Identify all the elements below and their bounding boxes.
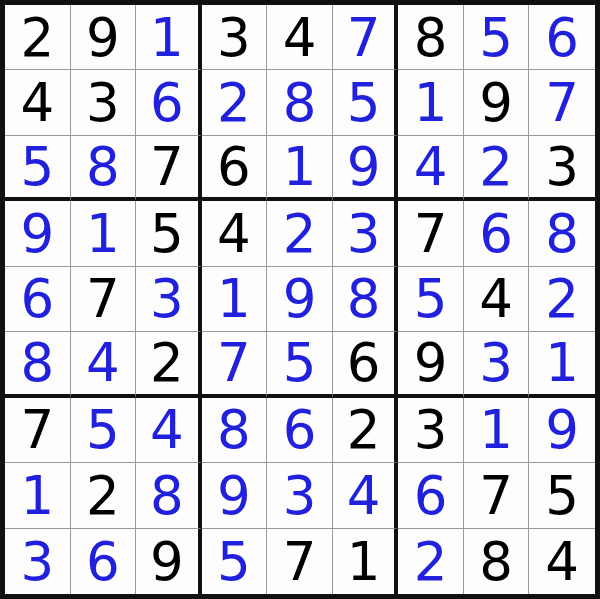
sudoku-cell-r3c9[interactable]: 3 [529,136,595,201]
sudoku-cell-r4c5[interactable]: 2 [267,201,333,266]
sudoku-cell-r4c8[interactable]: 6 [464,201,530,266]
sudoku-cell-r6c6[interactable]: 6 [333,332,399,397]
sudoku-cell-r1c5[interactable]: 4 [267,5,333,70]
sudoku-cell-r4c9[interactable]: 8 [529,201,595,266]
sudoku-cell-r3c3[interactable]: 7 [136,136,202,201]
sudoku-cell-r7c2[interactable]: 5 [71,398,137,463]
sudoku-cell-r2c9[interactable]: 7 [529,70,595,135]
sudoku-cell-r1c3[interactable]: 1 [136,5,202,70]
sudoku-cell-r4c3[interactable]: 5 [136,201,202,266]
sudoku-cell-r9c5[interactable]: 7 [267,529,333,594]
sudoku-cell-r1c4[interactable]: 3 [202,5,268,70]
sudoku-cell-r8c2[interactable]: 2 [71,463,137,528]
sudoku-cell-r1c8[interactable]: 5 [464,5,530,70]
sudoku-cell-r7c5[interactable]: 6 [267,398,333,463]
sudoku-cell-r7c7[interactable]: 3 [398,398,464,463]
sudoku-cell-r3c1[interactable]: 5 [5,136,71,201]
sudoku-cell-r1c6[interactable]: 7 [333,5,399,70]
sudoku-cell-r9c1[interactable]: 3 [5,529,71,594]
sudoku-cell-r2c8[interactable]: 9 [464,70,530,135]
sudoku-board: 2913478564362851975876194239154237686731… [0,0,600,599]
sudoku-cell-r3c6[interactable]: 9 [333,136,399,201]
sudoku-cell-r7c4[interactable]: 8 [202,398,268,463]
sudoku-cell-r6c9[interactable]: 1 [529,332,595,397]
sudoku-cell-r5c1[interactable]: 6 [5,267,71,332]
sudoku-cell-r1c2[interactable]: 9 [71,5,137,70]
sudoku-cell-r7c6[interactable]: 2 [333,398,399,463]
sudoku-cell-r9c4[interactable]: 5 [202,529,268,594]
sudoku-cell-r3c7[interactable]: 4 [398,136,464,201]
sudoku-cell-r9c7[interactable]: 2 [398,529,464,594]
sudoku-cell-r6c1[interactable]: 8 [5,332,71,397]
sudoku-cell-r7c8[interactable]: 1 [464,398,530,463]
sudoku-cell-r2c7[interactable]: 1 [398,70,464,135]
sudoku-cell-r5c8[interactable]: 4 [464,267,530,332]
sudoku-cell-r5c2[interactable]: 7 [71,267,137,332]
sudoku-cell-r8c5[interactable]: 3 [267,463,333,528]
sudoku-cell-r6c7[interactable]: 9 [398,332,464,397]
sudoku-cell-r8c6[interactable]: 4 [333,463,399,528]
sudoku-cell-r2c5[interactable]: 8 [267,70,333,135]
sudoku-cell-r7c1[interactable]: 7 [5,398,71,463]
sudoku-cell-r8c1[interactable]: 1 [5,463,71,528]
sudoku-cell-r6c3[interactable]: 2 [136,332,202,397]
sudoku-cell-r4c6[interactable]: 3 [333,201,399,266]
sudoku-cell-r6c5[interactable]: 5 [267,332,333,397]
sudoku-cell-r8c7[interactable]: 6 [398,463,464,528]
sudoku-cell-r4c7[interactable]: 7 [398,201,464,266]
sudoku-cell-r1c9[interactable]: 6 [529,5,595,70]
sudoku-cell-r5c5[interactable]: 9 [267,267,333,332]
sudoku-cell-r6c2[interactable]: 4 [71,332,137,397]
sudoku-cell-r5c7[interactable]: 5 [398,267,464,332]
sudoku-cell-r9c2[interactable]: 6 [71,529,137,594]
sudoku-cell-r2c1[interactable]: 4 [5,70,71,135]
sudoku-cell-r9c9[interactable]: 4 [529,529,595,594]
sudoku-cell-r8c4[interactable]: 9 [202,463,268,528]
sudoku-cell-r9c3[interactable]: 9 [136,529,202,594]
sudoku-cell-r2c3[interactable]: 6 [136,70,202,135]
sudoku-cell-r3c5[interactable]: 1 [267,136,333,201]
sudoku-cell-r1c7[interactable]: 8 [398,5,464,70]
sudoku-cell-r2c2[interactable]: 3 [71,70,137,135]
sudoku-cell-r4c2[interactable]: 1 [71,201,137,266]
sudoku-cell-r2c4[interactable]: 2 [202,70,268,135]
sudoku-cell-r8c8[interactable]: 7 [464,463,530,528]
sudoku-cell-r4c4[interactable]: 4 [202,201,268,266]
sudoku-cell-r8c9[interactable]: 5 [529,463,595,528]
sudoku-cell-r1c1[interactable]: 2 [5,5,71,70]
sudoku-cell-r7c9[interactable]: 9 [529,398,595,463]
sudoku-cell-r3c2[interactable]: 8 [71,136,137,201]
sudoku-cell-r9c6[interactable]: 1 [333,529,399,594]
sudoku-cell-r9c8[interactable]: 8 [464,529,530,594]
sudoku-cell-r5c3[interactable]: 3 [136,267,202,332]
sudoku-cell-r5c6[interactable]: 8 [333,267,399,332]
sudoku-cell-r5c4[interactable]: 1 [202,267,268,332]
sudoku-cell-r3c8[interactable]: 2 [464,136,530,201]
sudoku-cell-r6c4[interactable]: 7 [202,332,268,397]
sudoku-cell-r3c4[interactable]: 6 [202,136,268,201]
sudoku-cell-r7c3[interactable]: 4 [136,398,202,463]
sudoku-cell-r6c8[interactable]: 3 [464,332,530,397]
sudoku-cell-r2c6[interactable]: 5 [333,70,399,135]
sudoku-cell-r4c1[interactable]: 9 [5,201,71,266]
sudoku-cell-r8c3[interactable]: 8 [136,463,202,528]
sudoku-cell-r5c9[interactable]: 2 [529,267,595,332]
